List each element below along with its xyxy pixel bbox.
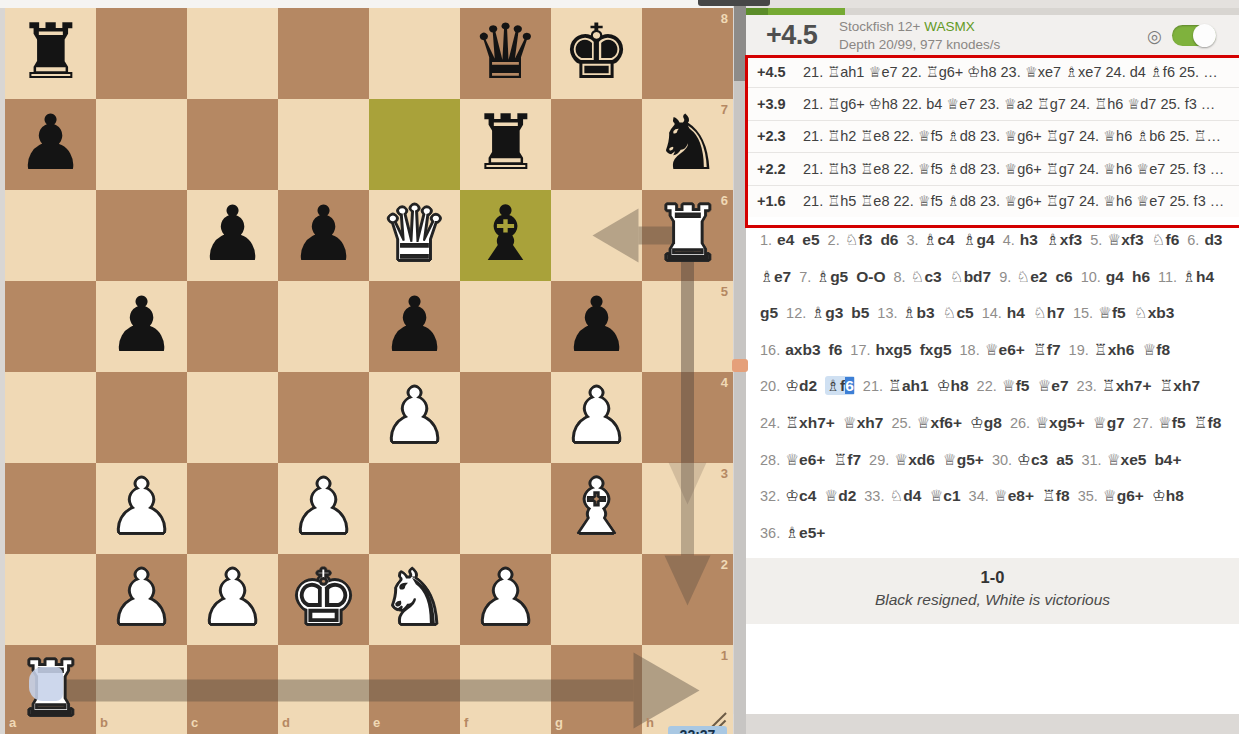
square-e7[interactable] bbox=[369, 99, 460, 190]
move[interactable]: ♘h7 bbox=[1033, 304, 1065, 321]
square-c5[interactable] bbox=[187, 281, 278, 372]
move[interactable]: ♕e6+ bbox=[785, 451, 825, 468]
square-a4[interactable] bbox=[5, 372, 96, 463]
white-pawn-g4[interactable]: ♟ bbox=[551, 372, 642, 463]
square-d5[interactable] bbox=[278, 281, 369, 372]
page-scrollbar[interactable] bbox=[734, 5, 746, 734]
current-move[interactable]: ♗f6 bbox=[825, 376, 855, 395]
move[interactable]: g5 bbox=[760, 304, 778, 321]
file-label-e: e bbox=[373, 715, 380, 730]
engine-line-eval: +2.2 bbox=[746, 161, 803, 177]
move-number: 18. bbox=[960, 342, 980, 358]
square-d6[interactable]: ♟ bbox=[278, 190, 369, 281]
square-a5[interactable] bbox=[5, 281, 96, 372]
engine-line-1[interactable]: +4.521. ♖ah1 ♕e7 22. ♖g6+ ♔h8 23. ♕xe7 ♗… bbox=[746, 56, 1239, 87]
move[interactable]: ♘c3 bbox=[911, 268, 942, 285]
move[interactable]: ♘xb3 bbox=[1134, 304, 1175, 321]
move-number: 19. bbox=[1069, 342, 1089, 358]
move-row-3: g512.♗g3b513.♗b3♘c514.h4♘h715.♕f5♘xb3 bbox=[746, 295, 1239, 332]
engine-variant: WASMX bbox=[924, 19, 975, 34]
move[interactable]: ♗xf3 bbox=[1046, 231, 1082, 248]
move[interactable]: ♖f8 bbox=[1194, 414, 1222, 431]
move-number: 10. bbox=[1081, 269, 1101, 285]
move[interactable]: ♔h8 bbox=[1152, 487, 1184, 504]
move[interactable]: ♘f3 bbox=[845, 231, 873, 248]
move[interactable]: b4+ bbox=[1154, 451, 1181, 468]
move-number: 1. bbox=[760, 232, 772, 248]
square-g2[interactable] bbox=[551, 554, 642, 645]
engine-line-moves: 21. ♖h2 ♖e8 22. ♕f5 ♗d8 23. ♕g6+ ♖g7 24.… bbox=[803, 128, 1221, 144]
square-a8[interactable]: ♜ bbox=[5, 8, 96, 99]
black-pawn-b5[interactable]: ♟ bbox=[96, 281, 187, 372]
square-f5[interactable] bbox=[460, 281, 551, 372]
white-pawn-d3[interactable]: ♟ bbox=[278, 463, 369, 554]
panel-bottom bbox=[746, 624, 1239, 722]
square-f1[interactable]: f bbox=[460, 645, 551, 734]
engine-line-3[interactable]: +2.321. ♖h2 ♖e8 22. ♕f5 ♗d8 23. ♕g6+ ♖g7… bbox=[746, 120, 1239, 152]
move-row-9: 36.♗e5+ bbox=[746, 515, 1239, 552]
move-number: 7. bbox=[799, 269, 811, 285]
square-e3[interactable] bbox=[369, 463, 460, 554]
top-margin-right bbox=[733, 0, 1239, 8]
square-d7[interactable] bbox=[278, 99, 369, 190]
move-number: 12. bbox=[786, 305, 806, 321]
file-label-h: h bbox=[646, 715, 654, 730]
move-number: 22. bbox=[977, 378, 997, 394]
move[interactable]: ♕f5 bbox=[1098, 304, 1126, 321]
engine-toggle[interactable] bbox=[1172, 25, 1216, 46]
square-e2[interactable]: ♞ bbox=[369, 554, 460, 645]
clipped-tooltip bbox=[698, 0, 770, 6]
engine-name: Stockfish 12+ bbox=[839, 19, 920, 34]
square-b7[interactable] bbox=[96, 99, 187, 190]
white-bishop-g3[interactable]: ♝ bbox=[551, 463, 642, 554]
move-number: 3. bbox=[906, 232, 918, 248]
move-number: 28. bbox=[760, 452, 780, 468]
engine-lines: +4.521. ♖ah1 ♕e7 22. ♖g6+ ♔h8 23. ♕xe7 ♗… bbox=[746, 56, 1239, 217]
square-d2[interactable]: ♚ bbox=[278, 554, 369, 645]
move[interactable]: ♘bd7 bbox=[950, 268, 991, 285]
square-h3[interactable]: 3 bbox=[642, 463, 733, 554]
file-label-a: a bbox=[9, 715, 16, 730]
square-a2[interactable] bbox=[5, 554, 96, 645]
move[interactable]: ♕xe5 bbox=[1107, 451, 1147, 468]
white-rook-a1[interactable]: ♜ bbox=[5, 645, 96, 734]
square-b4[interactable] bbox=[96, 372, 187, 463]
move-number: 29. bbox=[869, 452, 889, 468]
engine-progress-fill-dark bbox=[746, 8, 768, 15]
board-grid: ♜♛♚8♟♜♞7♟♟♛♝♜6♟♟♟5♟♟4♟♟♝3♟♟♚♞♟2♜abcdefgh… bbox=[5, 8, 733, 734]
move[interactable]: h6 bbox=[1132, 268, 1150, 285]
move[interactable]: ♗h4 bbox=[1182, 268, 1214, 285]
move-number: 34. bbox=[969, 488, 989, 504]
square-c3[interactable] bbox=[187, 463, 278, 554]
move[interactable]: d3 bbox=[1204, 231, 1222, 248]
square-e5[interactable]: ♟ bbox=[369, 281, 460, 372]
black-queen-f8[interactable]: ♛ bbox=[460, 8, 551, 99]
move-number: 16. bbox=[760, 342, 780, 358]
square-c8[interactable] bbox=[187, 8, 278, 99]
engine-line-moves: 21. ♖g6+ ♔h8 22. b4 ♕e7 23. ♕a2 ♖g7 24. … bbox=[803, 96, 1215, 112]
move-number: 31. bbox=[1081, 452, 1101, 468]
move[interactable]: ♘e2 bbox=[1016, 268, 1047, 285]
engine-line-eval: +3.9 bbox=[746, 96, 803, 112]
move-row-4: 16.axb3f617.hxg5fxg518.♕e6+♖f719.♖xh6♕f8 bbox=[746, 332, 1239, 369]
engine-line-2[interactable]: +3.921. ♖g6+ ♔h8 22. b4 ♕e7 23. ♕a2 ♖g7 … bbox=[746, 87, 1239, 119]
move[interactable]: f6 bbox=[829, 341, 843, 358]
move-number: 32. bbox=[760, 488, 780, 504]
move[interactable]: ♖xh7+ bbox=[785, 414, 835, 431]
black-rook-f7[interactable]: ♜ bbox=[460, 99, 551, 190]
engine-meta: Stockfish 12+ WASMX Depth 20/99, 977 kno… bbox=[839, 18, 1000, 54]
move[interactable]: ♕e7 bbox=[1037, 377, 1068, 394]
move[interactable]: O-O bbox=[856, 268, 885, 285]
square-c6[interactable]: ♟ bbox=[187, 190, 278, 281]
square-f3[interactable] bbox=[460, 463, 551, 554]
engine-line-moves: 21. ♖h5 ♖e8 22. ♕f5 ♗d8 23. ♕g6+ ♖g7 24.… bbox=[803, 193, 1224, 209]
square-c2[interactable]: ♟ bbox=[187, 554, 278, 645]
move[interactable]: ♗g4 bbox=[963, 231, 995, 248]
square-e8[interactable] bbox=[369, 8, 460, 99]
move-number: 4. bbox=[1003, 232, 1015, 248]
square-f8[interactable]: ♛ bbox=[460, 8, 551, 99]
move-number: 25. bbox=[891, 415, 911, 431]
move[interactable]: ♕e6+ bbox=[985, 341, 1025, 358]
clock-time: 22:27 bbox=[680, 727, 716, 734]
result-text: Black resigned, White is victorious bbox=[746, 591, 1239, 609]
move[interactable]: a5 bbox=[1056, 451, 1073, 468]
move[interactable]: ♗b3 bbox=[903, 304, 935, 321]
find-selection: 6 bbox=[845, 377, 854, 394]
move[interactable]: ♗c4 bbox=[924, 231, 955, 248]
move[interactable]: ♗e7 bbox=[760, 268, 791, 285]
square-h2[interactable]: 2 bbox=[642, 554, 733, 645]
square-b3[interactable]: ♟ bbox=[96, 463, 187, 554]
move-number: 21. bbox=[863, 378, 883, 394]
move-number: 30. bbox=[992, 452, 1012, 468]
square-d4[interactable] bbox=[278, 372, 369, 463]
file-label-g: g bbox=[555, 715, 563, 730]
move-list[interactable]: 1.e4e52.♘f3d63.♗c4♗g44.h3♗xf35.♕xf3♘f66.… bbox=[746, 222, 1239, 566]
move-row-2: ♗e77.♗g5O-O8.♘c3♘bd79.♘e2c610.g4h611.♗h4 bbox=[746, 259, 1239, 296]
move-number: 14. bbox=[982, 305, 1002, 321]
square-h4[interactable]: 4 bbox=[642, 372, 733, 463]
move[interactable]: ♕f8 bbox=[1142, 341, 1170, 358]
black-pawn-g5[interactable]: ♟ bbox=[551, 281, 642, 372]
find-result-marker bbox=[732, 359, 748, 372]
engine-line-eval: +4.5 bbox=[746, 64, 803, 80]
move[interactable]: ♔g8 bbox=[970, 414, 1002, 431]
engine-progress-bar bbox=[746, 8, 1239, 15]
white-knight-e2[interactable]: ♞ bbox=[369, 554, 460, 645]
move[interactable]: c6 bbox=[1055, 268, 1072, 285]
square-g8[interactable]: ♚ bbox=[551, 8, 642, 99]
square-h8[interactable]: 8 bbox=[642, 8, 733, 99]
square-g7[interactable] bbox=[551, 99, 642, 190]
move-number: 35. bbox=[1078, 488, 1098, 504]
move-row-6: 24.♖xh7+♕xh725.♕xf6+♔g826.♕xg5+♕g727.♕f5… bbox=[746, 405, 1239, 442]
move[interactable]: ♖xh6 bbox=[1094, 341, 1135, 358]
move-number: 23. bbox=[1077, 378, 1097, 394]
move-number: 26. bbox=[1010, 415, 1030, 431]
move[interactable]: d6 bbox=[880, 231, 898, 248]
move-number: 33. bbox=[864, 488, 884, 504]
black-pawn-d6[interactable]: ♟ bbox=[278, 190, 369, 281]
move[interactable]: ♖ah1 bbox=[888, 377, 929, 394]
move[interactable]: axb3 bbox=[785, 341, 820, 358]
move-number: 27. bbox=[1133, 415, 1153, 431]
move[interactable]: ♔c4 bbox=[785, 487, 816, 504]
white-queen-e6[interactable]: ♛ bbox=[369, 190, 460, 281]
engine-eval: +4.5 bbox=[766, 20, 817, 51]
move[interactable]: ♕f5 bbox=[1002, 377, 1030, 394]
move[interactable]: ♔d2 bbox=[785, 377, 817, 394]
rank-label-4: 4 bbox=[721, 375, 728, 390]
move[interactable]: b5 bbox=[851, 304, 869, 321]
square-c4[interactable] bbox=[187, 372, 278, 463]
rank-label-2: 2 bbox=[721, 557, 728, 572]
square-g5[interactable]: ♟ bbox=[551, 281, 642, 372]
move[interactable]: ♕xf6+ bbox=[917, 414, 962, 431]
move[interactable]: fxg5 bbox=[920, 341, 952, 358]
engine-progress-fill bbox=[768, 8, 845, 15]
white-pawn-e4[interactable]: ♟ bbox=[369, 372, 460, 463]
file-label-b: b bbox=[100, 715, 108, 730]
move[interactable]: ♕xd6 bbox=[894, 451, 935, 468]
square-e6[interactable]: ♛ bbox=[369, 190, 460, 281]
move[interactable]: ♕xg5+ bbox=[1035, 414, 1085, 431]
square-d1[interactable]: d bbox=[278, 645, 369, 734]
square-b2[interactable]: ♟ bbox=[96, 554, 187, 645]
square-e1[interactable]: e bbox=[369, 645, 460, 734]
square-g3[interactable]: ♝ bbox=[551, 463, 642, 554]
square-f2[interactable]: ♟ bbox=[460, 554, 551, 645]
move[interactable]: ♕xf3 bbox=[1107, 231, 1143, 248]
engine-line-moves: 21. ♖ah1 ♕e7 22. ♖g6+ ♔h8 23. ♕xe7 ♗xe7 … bbox=[803, 64, 1218, 80]
square-b8[interactable] bbox=[96, 8, 187, 99]
move[interactable]: ♖xh7+ bbox=[1102, 377, 1152, 394]
move-row-8: 32.♔c4♕d233.♘d4♕c134.♕e8+♖f835.♕g6+♔h8 bbox=[746, 478, 1239, 515]
square-c1[interactable]: c bbox=[187, 645, 278, 734]
rank-label-5: 5 bbox=[721, 284, 728, 299]
file-label-c: c bbox=[191, 715, 198, 730]
move[interactable]: ♔c3 bbox=[1017, 451, 1048, 468]
square-h6[interactable]: ♜6 bbox=[642, 190, 733, 281]
move-number: 2. bbox=[828, 232, 840, 248]
move-number: 5. bbox=[1090, 232, 1102, 248]
move-number: 20. bbox=[760, 378, 780, 394]
black-rook-a8[interactable]: ♜ bbox=[5, 8, 96, 99]
move[interactable]: h3 bbox=[1020, 231, 1038, 248]
move-row-7: 28.♕e6+♖f729.♕xd6♕g5+30.♔c3a531.♕xe5b4+ bbox=[746, 442, 1239, 479]
black-pawn-e5[interactable]: ♟ bbox=[369, 281, 460, 372]
scrollbar-thumb[interactable] bbox=[734, 5, 746, 81]
engine-depth: Depth 20/99, 977 knodes/s bbox=[839, 36, 1000, 54]
move-number: 8. bbox=[894, 269, 906, 285]
white-rook-h6[interactable]: ♜ bbox=[642, 190, 733, 281]
move[interactable]: hxg5 bbox=[875, 341, 911, 358]
square-g1[interactable]: g bbox=[551, 645, 642, 734]
move[interactable]: ♕g6+ bbox=[1103, 487, 1144, 504]
move-number: 9. bbox=[999, 269, 1011, 285]
square-c7[interactable] bbox=[187, 99, 278, 190]
square-f4[interactable] bbox=[460, 372, 551, 463]
square-g6[interactable] bbox=[551, 190, 642, 281]
square-a7[interactable]: ♟ bbox=[5, 99, 96, 190]
move[interactable]: ♔h8 bbox=[937, 377, 969, 394]
move[interactable]: ♖xh7 bbox=[1159, 377, 1200, 394]
engine-line-eval: +2.3 bbox=[746, 128, 803, 144]
move[interactable]: ♕f5 bbox=[1158, 414, 1186, 431]
move-number: 17. bbox=[850, 342, 870, 358]
engine-line-eval: +1.6 bbox=[746, 193, 803, 209]
black-pawn-c6[interactable]: ♟ bbox=[187, 190, 278, 281]
white-pawn-f2[interactable]: ♟ bbox=[460, 554, 551, 645]
move[interactable]: ♕xh7 bbox=[843, 414, 884, 431]
move-number: 15. bbox=[1073, 305, 1093, 321]
move[interactable]: ♘c5 bbox=[943, 304, 974, 321]
move[interactable]: e4 bbox=[777, 231, 794, 248]
clock-badge: 22:27 bbox=[668, 726, 727, 734]
white-pawn-c2[interactable]: ♟ bbox=[187, 554, 278, 645]
analysis-page: ♜♛♚8♟♜♞7♟♟♛♝♜6♟♟♟5♟♟4♟♟♝3♟♟♚♞♟2♜abcdefgh… bbox=[0, 0, 1239, 734]
move-number: 11. bbox=[1158, 269, 1177, 285]
move[interactable]: ♕e8+ bbox=[994, 487, 1034, 504]
move[interactable]: ♕d2 bbox=[824, 487, 856, 504]
square-f7[interactable]: ♜ bbox=[460, 99, 551, 190]
page-bottom-margin bbox=[733, 714, 1239, 734]
move[interactable]: ♘f6 bbox=[1152, 231, 1180, 248]
square-b6[interactable] bbox=[96, 190, 187, 281]
black-knight-h7[interactable]: ♞ bbox=[642, 99, 733, 190]
square-a1[interactable]: ♜a bbox=[5, 645, 96, 734]
engine-line-5[interactable]: +1.621. ♖h5 ♖e8 22. ♕f5 ♗d8 23. ♕g6+ ♖g7… bbox=[746, 185, 1239, 217]
top-margin-left bbox=[0, 0, 733, 8]
square-g4[interactable]: ♟ bbox=[551, 372, 642, 463]
white-pawn-b3[interactable]: ♟ bbox=[96, 463, 187, 554]
move-number: 36. bbox=[760, 525, 780, 541]
result-band: 1-0 Black resigned, White is victorious bbox=[746, 558, 1239, 624]
square-b1[interactable]: b bbox=[96, 645, 187, 734]
rank-label-6: 6 bbox=[721, 193, 728, 208]
move-number: 13. bbox=[877, 305, 897, 321]
square-a3[interactable] bbox=[5, 463, 96, 554]
white-king-d2[interactable]: ♚ bbox=[278, 554, 369, 645]
toggle-knob bbox=[1193, 24, 1216, 47]
square-e4[interactable]: ♟ bbox=[369, 372, 460, 463]
move[interactable]: ♗g5 bbox=[816, 268, 848, 285]
move-row-5: 20.♔d2♗f621.♖ah1♔h822.♕f5♕e723.♖xh7+♖xh7 bbox=[746, 368, 1239, 405]
move[interactable]: ♖f7 bbox=[1033, 341, 1061, 358]
file-label-d: d bbox=[282, 715, 290, 730]
square-a6[interactable] bbox=[5, 190, 96, 281]
move[interactable]: ♖f8 bbox=[1042, 487, 1070, 504]
move[interactable]: ♕g5+ bbox=[943, 451, 984, 468]
chess-board[interactable]: ♜♛♚8♟♜♞7♟♟♛♝♜6♟♟♟5♟♟4♟♟♝3♟♟♚♞♟2♜abcdefgh… bbox=[5, 8, 733, 734]
move[interactable]: ♕c1 bbox=[929, 487, 960, 504]
analysis-panel: +4.5 Stockfish 12+ WASMX Depth 20/99, 97… bbox=[746, 8, 1239, 734]
engine-line-4[interactable]: +2.221. ♖h3 ♖e8 22. ♕f5 ♗d8 23. ♕g6+ ♖g7… bbox=[746, 152, 1239, 184]
move[interactable]: ♗e5+ bbox=[785, 524, 825, 541]
black-king-g8[interactable]: ♚ bbox=[551, 8, 642, 99]
rank-label-8: 8 bbox=[721, 11, 728, 26]
result-score: 1-0 bbox=[746, 568, 1239, 587]
move[interactable]: ♗g3 bbox=[811, 304, 843, 321]
move-number: 6. bbox=[1187, 232, 1199, 248]
white-pawn-b2[interactable]: ♟ bbox=[96, 554, 187, 645]
square-h7[interactable]: ♞7 bbox=[642, 99, 733, 190]
move-row-1: 1.e4e52.♘f3d63.♗c4♗g44.h3♗xf35.♕xf3♘f66.… bbox=[746, 222, 1239, 259]
move[interactable]: ♖f7 bbox=[833, 451, 861, 468]
file-label-f: f bbox=[464, 715, 468, 730]
black-bishop-f6[interactable]: ♝ bbox=[460, 190, 551, 281]
move[interactable]: g4 bbox=[1106, 268, 1124, 285]
square-h5[interactable]: 5 bbox=[642, 281, 733, 372]
move[interactable]: e5 bbox=[802, 231, 819, 248]
square-d8[interactable] bbox=[278, 8, 369, 99]
rank-label-3: 3 bbox=[721, 466, 728, 481]
engine-line-moves: 21. ♖h3 ♖e8 22. ♕f5 ♗d8 23. ♕g6+ ♖g7 24.… bbox=[803, 161, 1224, 177]
move-number: 24. bbox=[760, 415, 780, 431]
target-icon[interactable]: ◎ bbox=[1147, 26, 1162, 47]
black-pawn-a7[interactable]: ♟ bbox=[5, 99, 96, 190]
engine-header: +4.5 Stockfish 12+ WASMX Depth 20/99, 97… bbox=[746, 15, 1239, 56]
square-d3[interactable]: ♟ bbox=[278, 463, 369, 554]
move[interactable]: ♘d4 bbox=[889, 487, 921, 504]
rank-label-1: 1 bbox=[721, 648, 728, 663]
square-b5[interactable]: ♟ bbox=[96, 281, 187, 372]
square-f6[interactable]: ♝ bbox=[460, 190, 551, 281]
move[interactable]: ♕g7 bbox=[1093, 414, 1125, 431]
move[interactable]: h4 bbox=[1007, 304, 1025, 321]
rank-label-7: 7 bbox=[721, 102, 728, 117]
